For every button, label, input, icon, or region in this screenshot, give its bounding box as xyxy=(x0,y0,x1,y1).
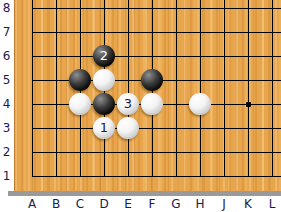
stone-white-E3 xyxy=(117,117,139,139)
grid-line-row-7 xyxy=(32,32,281,33)
stone-white-D5 xyxy=(93,69,115,91)
stone-white-F4 xyxy=(141,93,163,115)
grid-line-row-8 xyxy=(32,8,281,9)
stone-white-D3-move-1: 1 xyxy=(93,117,115,139)
row-label-1: 1 xyxy=(0,168,13,184)
grid-line-col-K xyxy=(248,0,249,177)
col-label-H: H xyxy=(192,196,208,212)
grid-line-col-H xyxy=(200,0,201,177)
col-label-A: A xyxy=(24,196,40,212)
col-label-K: K xyxy=(240,196,256,212)
row-label-8: 8 xyxy=(0,0,13,16)
stone-black-F5 xyxy=(141,69,163,91)
row-label-4: 4 xyxy=(0,96,13,112)
stone-black-C5 xyxy=(69,69,91,91)
grid-line-col-J xyxy=(224,0,225,177)
col-label-J: J xyxy=(216,196,232,212)
row-label-6: 6 xyxy=(0,48,13,64)
grid-line-row-6 xyxy=(32,56,281,57)
stone-white-E4-move-3: 3 xyxy=(117,93,139,115)
row-label-5: 5 xyxy=(0,72,13,88)
col-label-F: F xyxy=(144,196,160,212)
star-point-K4 xyxy=(246,102,251,107)
grid-line-row-1 xyxy=(32,176,281,177)
stone-white-H4 xyxy=(189,93,211,115)
grid-line-col-E xyxy=(128,0,129,177)
go-diagram: 87654321ABCDEFGHJKL231 xyxy=(0,0,281,212)
grid-line-row-3 xyxy=(32,128,281,129)
col-label-E: E xyxy=(120,196,136,212)
col-label-L: L xyxy=(264,196,280,212)
grid-line-col-G xyxy=(176,0,177,177)
grid-line-col-A xyxy=(32,0,33,177)
row-label-3: 3 xyxy=(0,120,13,136)
col-label-C: C xyxy=(72,196,88,212)
stone-black-D6-move-2: 2 xyxy=(93,45,115,67)
grid-line-row-2 xyxy=(32,152,281,153)
grid-line-col-L xyxy=(272,0,273,177)
row-label-7: 7 xyxy=(0,24,13,40)
col-label-G: G xyxy=(168,196,184,212)
col-label-D: D xyxy=(96,196,112,212)
stone-white-C4 xyxy=(69,93,91,115)
row-label-2: 2 xyxy=(0,144,13,160)
col-label-B: B xyxy=(48,196,64,212)
stone-black-D4 xyxy=(93,93,115,115)
grid-line-col-B xyxy=(56,0,57,177)
